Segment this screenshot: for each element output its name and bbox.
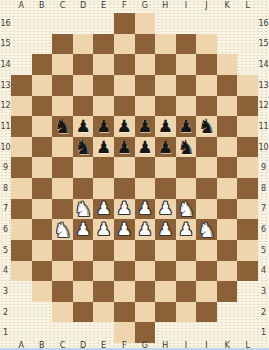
square-c9[interactable] <box>52 157 73 178</box>
square-g2[interactable] <box>135 302 156 323</box>
rank-label-right-6: 6 <box>258 219 269 240</box>
square-e3[interactable] <box>93 281 114 302</box>
square-i3[interactable] <box>176 281 197 302</box>
square-h14[interactable] <box>155 54 176 75</box>
square-f9[interactable] <box>114 157 135 178</box>
square-l4[interactable] <box>237 261 258 282</box>
square-b14[interactable] <box>32 54 53 75</box>
piece-white-pawn-e7[interactable]: ♟ <box>96 200 111 217</box>
rank-label-left-11: 11 <box>0 116 11 137</box>
square-i2[interactable] <box>176 302 197 323</box>
square-k11[interactable] <box>217 116 238 137</box>
square-d4[interactable] <box>73 261 94 282</box>
square-a5[interactable] <box>11 240 32 261</box>
file-label-top-e: E <box>93 0 114 12</box>
piece-black-pawn-d11[interactable]: ♟ <box>75 118 90 135</box>
square-j4[interactable] <box>196 261 217 282</box>
square-c5[interactable] <box>52 240 73 261</box>
square-h6[interactable]: ♟ <box>155 219 176 240</box>
square-g10[interactable]: ♟ <box>135 137 156 158</box>
file-label-top-a: A <box>11 0 32 12</box>
square-d11[interactable]: ♟ <box>73 116 94 137</box>
square-l7[interactable] <box>237 199 258 220</box>
piece-black-knight-d10[interactable]: ♞ <box>74 137 92 157</box>
square-e4[interactable] <box>93 261 114 282</box>
square-h4[interactable] <box>155 261 176 282</box>
rank-label-left-5: 5 <box>0 240 11 261</box>
file-labels-top: ABCDEFGHIJKL <box>11 0 258 12</box>
square-f15[interactable] <box>114 34 135 55</box>
square-k7[interactable] <box>217 199 238 220</box>
square-f1[interactable] <box>114 322 135 343</box>
offboard-c1 <box>52 322 73 343</box>
square-c3[interactable] <box>52 281 73 302</box>
offboard-h16 <box>155 13 176 34</box>
square-e12[interactable] <box>93 96 114 117</box>
square-d13[interactable] <box>73 75 94 96</box>
offboard-d1 <box>73 322 94 343</box>
square-j10[interactable] <box>196 137 217 158</box>
square-k9[interactable] <box>217 157 238 178</box>
square-k8[interactable] <box>217 178 238 199</box>
piece-white-pawn-f6[interactable]: ♟ <box>117 221 132 238</box>
square-f11[interactable]: ♟ <box>114 116 135 137</box>
square-h5[interactable] <box>155 240 176 261</box>
square-b12[interactable] <box>32 96 53 117</box>
file-label-top-l: L <box>237 0 258 12</box>
square-d3[interactable] <box>73 281 94 302</box>
square-g6[interactable]: ♟ <box>135 219 156 240</box>
rank-labels-right: 16151413121110987654321 <box>258 13 269 343</box>
square-e15[interactable] <box>93 34 114 55</box>
square-f13[interactable] <box>114 75 135 96</box>
square-l9[interactable] <box>237 157 258 178</box>
piece-white-pawn-h6[interactable]: ♟ <box>158 221 173 238</box>
piece-black-pawn-i11[interactable]: ♟ <box>178 118 193 135</box>
rank-label-right-3: 3 <box>258 281 269 302</box>
offboard-l15 <box>237 34 258 55</box>
offboard-a1 <box>11 322 32 343</box>
offboard-c16 <box>52 13 73 34</box>
piece-black-pawn-f10[interactable]: ♟ <box>117 139 132 156</box>
square-g9[interactable] <box>135 157 156 178</box>
square-b4[interactable] <box>32 261 53 282</box>
rank-label-right-14: 14 <box>258 54 269 75</box>
square-h9[interactable] <box>155 157 176 178</box>
square-h3[interactable] <box>155 281 176 302</box>
square-e8[interactable] <box>93 178 114 199</box>
file-label-top-d: D <box>73 0 94 12</box>
square-e6[interactable]: ♟ <box>93 219 114 240</box>
square-h12[interactable] <box>155 96 176 117</box>
square-a9[interactable] <box>11 157 32 178</box>
offboard-d16 <box>73 13 94 34</box>
square-f3[interactable] <box>114 281 135 302</box>
piece-white-knight-j6[interactable]: ♞ <box>198 220 216 240</box>
rank-label-right-2: 2 <box>258 302 269 323</box>
piece-white-pawn-g7[interactable]: ♟ <box>137 200 152 217</box>
square-k13[interactable] <box>217 75 238 96</box>
square-l6[interactable] <box>237 219 258 240</box>
square-f8[interactable] <box>114 178 135 199</box>
square-k3[interactable] <box>217 281 238 302</box>
offboard-k16 <box>217 13 238 34</box>
square-h8[interactable] <box>155 178 176 199</box>
square-d7[interactable]: ♞ <box>73 199 94 220</box>
rank-label-right-10: 10 <box>258 137 269 158</box>
offboard-a3 <box>11 281 32 302</box>
square-j6[interactable]: ♞ <box>196 219 217 240</box>
rank-label-right-5: 5 <box>258 240 269 261</box>
piece-black-pawn-f11[interactable]: ♟ <box>117 118 132 135</box>
rank-label-left-9: 9 <box>0 157 11 178</box>
square-l5[interactable] <box>237 240 258 261</box>
square-j7[interactable] <box>196 199 217 220</box>
square-i6[interactable]: ♟ <box>176 219 197 240</box>
piece-black-pawn-e10[interactable]: ♟ <box>96 139 111 156</box>
square-e11[interactable]: ♟ <box>93 116 114 137</box>
square-g8[interactable] <box>135 178 156 199</box>
offboard-k15 <box>217 34 238 55</box>
square-i15[interactable] <box>176 34 197 55</box>
rank-label-left-7: 7 <box>0 199 11 220</box>
square-i12[interactable] <box>176 96 197 117</box>
piece-black-pawn-g10[interactable]: ♟ <box>137 139 152 156</box>
square-c12[interactable] <box>52 96 73 117</box>
rank-label-left-14: 14 <box>0 54 11 75</box>
square-l10[interactable] <box>237 137 258 158</box>
square-a11[interactable] <box>11 116 32 137</box>
square-c7[interactable] <box>52 199 73 220</box>
rank-label-left-13: 13 <box>0 75 11 96</box>
offboard-a14 <box>11 54 32 75</box>
rank-label-left-10: 10 <box>0 137 11 158</box>
square-b11[interactable] <box>32 116 53 137</box>
square-h7[interactable]: ♟ <box>155 199 176 220</box>
square-a8[interactable] <box>11 178 32 199</box>
square-e10[interactable]: ♟ <box>93 137 114 158</box>
rank-label-right-12: 12 <box>258 96 269 117</box>
square-k4[interactable] <box>217 261 238 282</box>
square-a10[interactable] <box>11 137 32 158</box>
offboard-a2 <box>11 302 32 323</box>
square-f12[interactable] <box>114 96 135 117</box>
rank-label-left-3: 3 <box>0 281 11 302</box>
square-h15[interactable] <box>155 34 176 55</box>
camelot-board-screen: ABCDEFGHIJKL 16151413121110987654321 161… <box>0 0 269 350</box>
square-b8[interactable] <box>32 178 53 199</box>
square-g4[interactable] <box>135 261 156 282</box>
rank-label-right-1: 1 <box>258 322 269 343</box>
square-h2[interactable] <box>155 302 176 323</box>
offboard-l2 <box>237 302 258 323</box>
square-d6[interactable]: ♟ <box>73 219 94 240</box>
square-c6[interactable]: ♞ <box>52 219 73 240</box>
square-g15[interactable] <box>135 34 156 55</box>
file-label-top-j: J <box>196 0 217 12</box>
square-j8[interactable] <box>196 178 217 199</box>
offboard-h1 <box>155 322 176 343</box>
square-f7[interactable]: ♟ <box>114 199 135 220</box>
square-e13[interactable] <box>93 75 114 96</box>
piece-black-pawn-h10[interactable]: ♟ <box>158 139 173 156</box>
square-l12[interactable] <box>237 96 258 117</box>
square-c13[interactable] <box>52 75 73 96</box>
square-g7[interactable]: ♟ <box>135 199 156 220</box>
square-h11[interactable]: ♟ <box>155 116 176 137</box>
square-j14[interactable] <box>196 54 217 75</box>
square-d9[interactable] <box>73 157 94 178</box>
piece-white-pawn-f7[interactable]: ♟ <box>117 200 132 217</box>
square-f2[interactable] <box>114 302 135 323</box>
square-g13[interactable] <box>135 75 156 96</box>
square-i8[interactable] <box>176 178 197 199</box>
square-a7[interactable] <box>11 199 32 220</box>
rank-label-left-8: 8 <box>0 178 11 199</box>
piece-white-pawn-g6[interactable]: ♟ <box>137 221 152 238</box>
square-l13[interactable] <box>237 75 258 96</box>
square-k6[interactable] <box>217 219 238 240</box>
piece-black-pawn-h11[interactable]: ♟ <box>158 118 173 135</box>
square-a4[interactable] <box>11 261 32 282</box>
rank-label-right-7: 7 <box>258 199 269 220</box>
square-b3[interactable] <box>32 281 53 302</box>
rank-label-left-1: 1 <box>0 322 11 343</box>
offboard-i16 <box>176 13 197 34</box>
rank-label-right-16: 16 <box>258 13 269 34</box>
square-i10[interactable]: ♞ <box>176 137 197 158</box>
square-a12[interactable] <box>11 96 32 117</box>
rank-labels-left: 16151413121110987654321 <box>0 13 11 343</box>
piece-black-knight-c11[interactable]: ♞ <box>53 116 71 136</box>
square-b5[interactable] <box>32 240 53 261</box>
square-i11[interactable]: ♟ <box>176 116 197 137</box>
board: ♞♟♟♟♟♟♟♞♞♟♟♟♟♞♞♟♟♟♟♞♞♟♟♟♟♟♟♞ <box>11 13 258 343</box>
piece-white-knight-d7[interactable]: ♞ <box>74 199 92 219</box>
offboard-k1 <box>217 322 238 343</box>
rank-label-left-6: 6 <box>0 219 11 240</box>
square-i14[interactable] <box>176 54 197 75</box>
square-k10[interactable] <box>217 137 238 158</box>
square-d5[interactable] <box>73 240 94 261</box>
square-b6[interactable] <box>32 219 53 240</box>
rank-label-left-4: 4 <box>0 261 11 282</box>
square-k12[interactable] <box>217 96 238 117</box>
piece-white-pawn-e6[interactable]: ♟ <box>96 221 111 238</box>
square-f6[interactable]: ♟ <box>114 219 135 240</box>
square-j13[interactable] <box>196 75 217 96</box>
square-a13[interactable] <box>11 75 32 96</box>
square-f10[interactable]: ♟ <box>114 137 135 158</box>
square-g16[interactable] <box>135 13 156 34</box>
offboard-a16 <box>11 13 32 34</box>
piece-black-knight-j11[interactable]: ♞ <box>198 116 216 136</box>
piece-black-knight-i10[interactable]: ♞ <box>177 137 195 157</box>
file-label-top-b: B <box>32 0 53 12</box>
square-c14[interactable] <box>52 54 73 75</box>
square-f4[interactable] <box>114 261 135 282</box>
square-d14[interactable] <box>73 54 94 75</box>
offboard-b1 <box>32 322 53 343</box>
square-l8[interactable] <box>237 178 258 199</box>
square-i9[interactable] <box>176 157 197 178</box>
rank-label-right-13: 13 <box>258 75 269 96</box>
piece-white-knight-i7[interactable]: ♞ <box>177 199 195 219</box>
square-d12[interactable] <box>73 96 94 117</box>
square-c4[interactable] <box>52 261 73 282</box>
rank-label-left-12: 12 <box>0 96 11 117</box>
file-label-top-h: H <box>155 0 176 12</box>
piece-black-pawn-e11[interactable]: ♟ <box>96 118 111 135</box>
file-label-top-c: C <box>52 0 73 12</box>
square-f14[interactable] <box>114 54 135 75</box>
square-c8[interactable] <box>52 178 73 199</box>
square-c15[interactable] <box>52 34 73 55</box>
rank-label-left-15: 15 <box>0 34 11 55</box>
square-c2[interactable] <box>52 302 73 323</box>
rank-label-right-15: 15 <box>258 34 269 55</box>
square-h10[interactable]: ♟ <box>155 137 176 158</box>
square-a6[interactable] <box>11 219 32 240</box>
piece-white-pawn-d6[interactable]: ♟ <box>75 221 90 238</box>
square-i7[interactable]: ♞ <box>176 199 197 220</box>
square-k14[interactable] <box>217 54 238 75</box>
offboard-b2 <box>32 302 53 323</box>
file-label-top-f: F <box>114 0 135 12</box>
offboard-j16 <box>196 13 217 34</box>
rank-label-left-2: 2 <box>0 302 11 323</box>
square-g14[interactable] <box>135 54 156 75</box>
piece-white-pawn-h7[interactable]: ♟ <box>158 200 173 217</box>
offboard-a15 <box>11 34 32 55</box>
square-d15[interactable] <box>73 34 94 55</box>
offboard-b15 <box>32 34 53 55</box>
square-g3[interactable] <box>135 281 156 302</box>
rank-label-left-16: 16 <box>0 13 11 34</box>
offboard-i1 <box>176 322 197 343</box>
square-j12[interactable] <box>196 96 217 117</box>
offboard-e1 <box>93 322 114 343</box>
square-e9[interactable] <box>93 157 114 178</box>
square-h13[interactable] <box>155 75 176 96</box>
offboard-e16 <box>93 13 114 34</box>
square-f5[interactable] <box>114 240 135 261</box>
rank-label-right-11: 11 <box>258 116 269 137</box>
square-j9[interactable] <box>196 157 217 178</box>
square-e14[interactable] <box>93 54 114 75</box>
square-f16[interactable] <box>114 13 135 34</box>
rank-label-right-4: 4 <box>258 261 269 282</box>
offboard-l16 <box>237 13 258 34</box>
square-g12[interactable] <box>135 96 156 117</box>
square-b9[interactable] <box>32 157 53 178</box>
offboard-j1 <box>196 322 217 343</box>
square-i5[interactable] <box>176 240 197 261</box>
offboard-l1 <box>237 322 258 343</box>
offboard-l3 <box>237 281 258 302</box>
square-j5[interactable] <box>196 240 217 261</box>
square-b10[interactable] <box>32 137 53 158</box>
square-k5[interactable] <box>217 240 238 261</box>
file-label-top-g: G <box>135 0 156 12</box>
square-i13[interactable] <box>176 75 197 96</box>
square-j15[interactable] <box>196 34 217 55</box>
square-e2[interactable] <box>93 302 114 323</box>
square-g11[interactable]: ♟ <box>135 116 156 137</box>
offboard-k2 <box>217 302 238 323</box>
square-j2[interactable] <box>196 302 217 323</box>
square-b13[interactable] <box>32 75 53 96</box>
square-l11[interactable] <box>237 116 258 137</box>
piece-black-pawn-g11[interactable]: ♟ <box>137 118 152 135</box>
square-d8[interactable] <box>73 178 94 199</box>
offboard-b16 <box>32 13 53 34</box>
square-d2[interactable] <box>73 302 94 323</box>
rank-label-right-9: 9 <box>258 157 269 178</box>
square-j11[interactable]: ♞ <box>196 116 217 137</box>
piece-white-knight-c6[interactable]: ♞ <box>53 220 71 240</box>
file-label-top-k: K <box>217 0 238 12</box>
square-b7[interactable] <box>32 199 53 220</box>
square-c11[interactable]: ♞ <box>52 116 73 137</box>
square-g1[interactable] <box>135 322 156 343</box>
square-i4[interactable] <box>176 261 197 282</box>
square-e7[interactable]: ♟ <box>93 199 114 220</box>
rank-label-right-8: 8 <box>258 178 269 199</box>
file-label-top-i: I <box>176 0 197 12</box>
square-c10[interactable] <box>52 137 73 158</box>
square-e5[interactable] <box>93 240 114 261</box>
square-g5[interactable] <box>135 240 156 261</box>
piece-white-pawn-i6[interactable]: ♟ <box>178 221 193 238</box>
square-d10[interactable]: ♞ <box>73 137 94 158</box>
offboard-l14 <box>237 54 258 75</box>
square-j3[interactable] <box>196 281 217 302</box>
